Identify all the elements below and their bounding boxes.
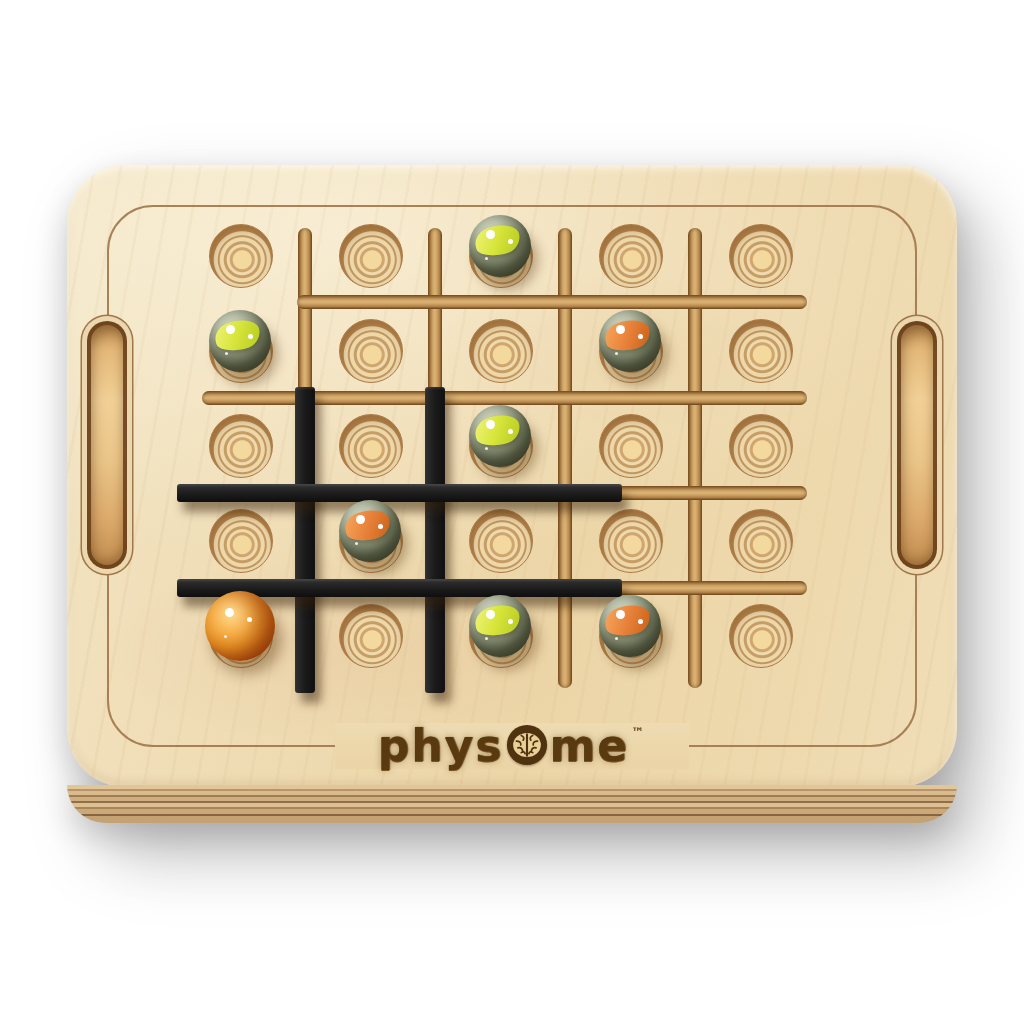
marble-swirl (472, 221, 522, 258)
divot-r3c5[interactable] (729, 414, 793, 478)
plywood-edge (67, 785, 957, 823)
marble-swirl (602, 601, 652, 638)
marble-amber-r5c1[interactable] (205, 591, 275, 661)
frame-bar-horizontal-top[interactable] (177, 484, 622, 502)
brand-logo: phys me™ (337, 717, 687, 773)
photo-background: phys me™ (0, 0, 1024, 1023)
divot-r3c2[interactable] (339, 414, 403, 478)
frame-bar-vertical-left[interactable] (295, 387, 315, 693)
divot-r1c4[interactable] (599, 224, 663, 288)
brain-icon (505, 723, 549, 767)
frame-bar-vertical-right[interactable] (425, 387, 445, 693)
divot-r2c3[interactable] (469, 319, 533, 383)
divot-r3c4[interactable] (599, 414, 663, 478)
marble-yellow-r2c1[interactable] (209, 310, 271, 372)
divot-r1c5[interactable] (729, 224, 793, 288)
marble-swirl (342, 506, 392, 543)
divot-r2c5[interactable] (729, 319, 793, 383)
marble-swirl (212, 316, 262, 353)
divot-r3c1[interactable] (209, 414, 273, 478)
board-surface: phys me™ (67, 165, 957, 787)
divot-r4c3[interactable] (469, 509, 533, 573)
groove-row2-3 (202, 391, 807, 405)
marble-orange-r5c4[interactable] (599, 595, 661, 657)
marble-tray-left[interactable] (87, 321, 127, 569)
groove-row1-2 (297, 295, 807, 309)
divot-r5c5[interactable] (729, 604, 793, 668)
game-board: phys me™ (67, 165, 957, 823)
divot-r1c2[interactable] (339, 224, 403, 288)
divot-r5c2[interactable] (339, 604, 403, 668)
divot-r4c1[interactable] (209, 509, 273, 573)
divot-r1c1[interactable] (209, 224, 273, 288)
logo-text-me: me (550, 720, 630, 771)
trademark: ™ (631, 725, 646, 740)
divot-r2c2[interactable] (339, 319, 403, 383)
marble-orange-r2c4[interactable] (599, 310, 661, 372)
marble-swirl (602, 316, 652, 353)
divot-r4c4[interactable] (599, 509, 663, 573)
marble-yellow-r5c3[interactable] (469, 595, 531, 657)
marble-tray-right[interactable] (897, 321, 937, 569)
marble-swirl (472, 601, 522, 638)
marble-swirl (472, 411, 522, 448)
divot-r4c5[interactable] (729, 509, 793, 573)
marble-highlight (225, 608, 234, 617)
logo-text-phys: phys (378, 720, 504, 771)
marble-yellow-r3c3[interactable] (469, 405, 531, 467)
marble-yellow-r1c3[interactable] (469, 215, 531, 277)
marble-orange-r4c2[interactable] (339, 500, 401, 562)
